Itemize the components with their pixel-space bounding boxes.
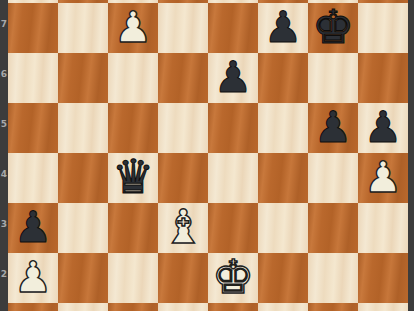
square-f5[interactable] (258, 103, 308, 153)
square-b5[interactable] (58, 103, 108, 153)
rank-label-3: 3 (0, 219, 8, 229)
square-c5[interactable] (108, 103, 158, 153)
square-b2[interactable] (58, 253, 108, 303)
square-g4[interactable] (308, 153, 358, 203)
square-f2[interactable] (258, 253, 308, 303)
square-g6[interactable] (308, 53, 358, 103)
black-queen[interactable]: ♛ (108, 152, 158, 202)
square-b3[interactable] (58, 203, 108, 253)
rank-label-5: 5 (0, 119, 8, 129)
square-h4[interactable]: ♟ (358, 153, 408, 203)
square-g1[interactable] (308, 303, 358, 311)
square-c3[interactable] (108, 203, 158, 253)
black-pawn[interactable]: ♟ (8, 202, 58, 252)
square-a3[interactable]: ♟ (8, 203, 58, 253)
square-c4[interactable]: ♛ (108, 153, 158, 203)
rank-label-2: 2 (0, 269, 8, 279)
square-g7[interactable]: ♚ (308, 3, 358, 53)
white-bishop[interactable]: ♝ (158, 202, 208, 252)
rank-label-4: 4 (0, 169, 8, 179)
square-f6[interactable] (258, 53, 308, 103)
square-d1[interactable] (158, 303, 208, 311)
square-b4[interactable] (58, 153, 108, 203)
rank-label-6: 6 (0, 69, 8, 79)
chess-diagram: ♟♟♚♟♟♟♛♟♟♝♟♚ 765432 (0, 0, 414, 311)
square-a5[interactable] (8, 103, 58, 153)
square-d2[interactable] (158, 253, 208, 303)
black-pawn[interactable]: ♟ (208, 52, 258, 102)
square-e6[interactable]: ♟ (208, 53, 258, 103)
square-h7[interactable] (358, 3, 408, 53)
square-a4[interactable] (8, 153, 58, 203)
square-f4[interactable] (258, 153, 308, 203)
square-h3[interactable] (358, 203, 408, 253)
square-c2[interactable] (108, 253, 158, 303)
square-h2[interactable] (358, 253, 408, 303)
square-d6[interactable] (158, 53, 208, 103)
square-d4[interactable] (158, 153, 208, 203)
square-d7[interactable] (158, 3, 208, 53)
chess-board: ♟♟♚♟♟♟♛♟♟♝♟♚ (8, 0, 408, 311)
black-pawn[interactable]: ♟ (308, 102, 358, 152)
square-g5[interactable]: ♟ (308, 103, 358, 153)
black-pawn[interactable]: ♟ (358, 102, 408, 152)
square-e1[interactable] (208, 303, 258, 311)
square-a1[interactable] (8, 303, 58, 311)
square-f1[interactable] (258, 303, 308, 311)
square-f3[interactable] (258, 203, 308, 253)
square-a7[interactable] (8, 3, 58, 53)
square-g3[interactable] (308, 203, 358, 253)
square-e7[interactable] (208, 3, 258, 53)
square-b6[interactable] (58, 53, 108, 103)
square-h5[interactable]: ♟ (358, 103, 408, 153)
black-pawn[interactable]: ♟ (258, 2, 308, 52)
square-e3[interactable] (208, 203, 258, 253)
square-h1[interactable] (358, 303, 408, 311)
white-pawn[interactable]: ♟ (8, 252, 58, 302)
square-a2[interactable]: ♟ (8, 253, 58, 303)
square-d5[interactable] (158, 103, 208, 153)
white-pawn[interactable]: ♟ (358, 152, 408, 202)
square-c6[interactable] (108, 53, 158, 103)
square-c7[interactable]: ♟ (108, 3, 158, 53)
white-king[interactable]: ♚ (208, 252, 258, 302)
square-e5[interactable] (208, 103, 258, 153)
square-b1[interactable] (58, 303, 108, 311)
square-h6[interactable] (358, 53, 408, 103)
square-c1[interactable] (108, 303, 158, 311)
black-king[interactable]: ♚ (308, 2, 358, 52)
square-d3[interactable]: ♝ (158, 203, 208, 253)
white-pawn[interactable]: ♟ (108, 2, 158, 52)
square-b7[interactable] (58, 3, 108, 53)
square-a6[interactable] (8, 53, 58, 103)
square-e2[interactable]: ♚ (208, 253, 258, 303)
square-f7[interactable]: ♟ (258, 3, 308, 53)
rank-label-7: 7 (0, 19, 8, 29)
square-g2[interactable] (308, 253, 358, 303)
square-e4[interactable] (208, 153, 258, 203)
